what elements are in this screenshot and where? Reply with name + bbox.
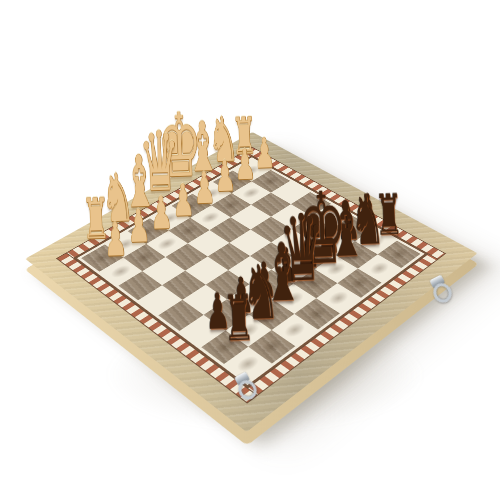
white-pawn-glyph: ♟ [103,216,127,263]
product-photo-scene: ♜♞♝♛♚♝♞♜♟♟♟♟♟♟♟♟♟♟♟♟♟♟♟♟♜♞♝♛♚♝♞♜ [0,0,500,500]
black-rook-glyph: ♜ [222,286,255,350]
